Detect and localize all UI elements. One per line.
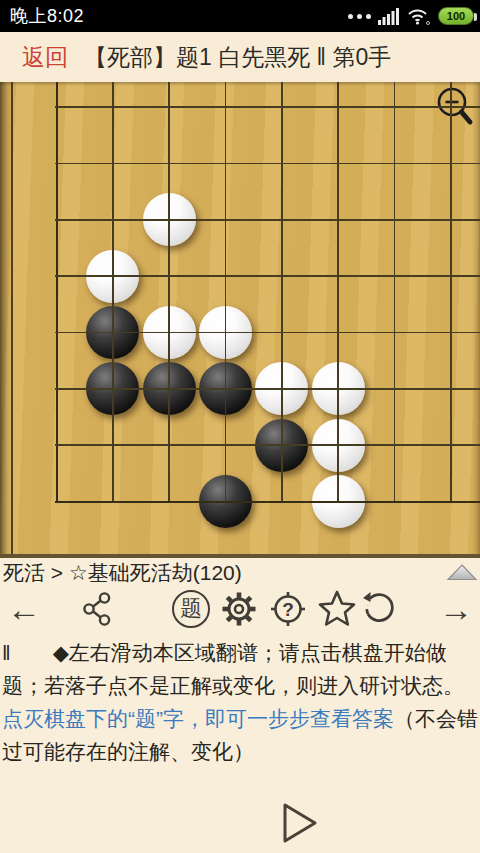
title-bar: 返回 【死部】题1 白先黑死 ‖ 第0手 <box>0 32 480 82</box>
breadcrumb-bar: 死活 > ☆基础死活劫(120) <box>0 558 480 586</box>
play-button[interactable] <box>270 796 322 848</box>
prev-move-button[interactable]: ← <box>5 586 43 632</box>
grid-hline <box>55 388 480 390</box>
go-board[interactable] <box>0 82 480 558</box>
gear-icon <box>219 589 259 629</box>
stone-grid <box>29 79 480 530</box>
instructions-part1: ‖ ◆左右滑动本区域翻谱；请点击棋盘开始做题；若落子点不是正解或变化，则进入研讨… <box>2 641 464 697</box>
signal-strength-icon <box>378 7 400 26</box>
playback-row <box>0 790 480 853</box>
grid-hline <box>55 501 480 504</box>
wifi-icon <box>407 7 431 26</box>
board-left-edge <box>11 82 13 554</box>
grid-hline <box>55 163 480 165</box>
grid-vline <box>450 82 452 503</box>
grid-hline <box>55 219 480 221</box>
play-triangle-icon <box>285 805 315 841</box>
svg-text:?: ? <box>282 599 294 620</box>
page-title: 【死部】题1 白先黑死 ‖ 第0手 <box>84 42 391 73</box>
answer-link[interactable]: 点灭棋盘下的“题”字，即可一步步查看答案 <box>2 707 394 730</box>
clock: 晚上8:02 <box>10 4 84 28</box>
grid-vline <box>112 82 114 503</box>
status-bar: 晚上8:02 <box>0 0 480 32</box>
toolbar: ← 题 <box>0 586 480 632</box>
problem-mode-button[interactable]: 题 <box>171 586 211 632</box>
help-button[interactable]: ? <box>268 586 308 632</box>
favorite-button[interactable] <box>316 586 356 632</box>
share-icon <box>82 592 112 626</box>
grid-hline <box>55 106 480 108</box>
grid-vline <box>56 82 59 503</box>
grid-hline <box>55 332 480 334</box>
grid-vline <box>168 82 170 503</box>
grid-hline <box>55 275 480 277</box>
battery-icon: 100 <box>438 7 474 25</box>
settings-button[interactable] <box>219 586 259 632</box>
grid-vline <box>281 82 283 503</box>
question-icon: ? <box>268 589 308 629</box>
next-move-button[interactable]: → <box>437 586 475 632</box>
instructions-text: ‖ ◆左右滑动本区域翻谱；请点击棋盘开始做题；若落子点不是正解或变化，则进入研讨… <box>0 632 480 768</box>
reset-button[interactable] <box>360 586 400 632</box>
star-icon <box>316 588 356 630</box>
more-dots-icon <box>348 14 371 19</box>
grid-vline <box>394 82 396 503</box>
share-button[interactable] <box>78 586 116 632</box>
back-button[interactable]: 返回 <box>22 42 68 73</box>
zoom-out-icon[interactable] <box>431 85 477 131</box>
grid-hline <box>55 444 480 446</box>
reset-circular-arrow-icon <box>360 589 400 629</box>
app-screen: 晚上8:02 <box>0 0 480 853</box>
grid-vline <box>225 82 227 503</box>
problem-badge-icon: 题 <box>172 590 210 628</box>
grid-vline <box>337 82 339 503</box>
breadcrumb[interactable]: 死活 > ☆基础死活劫(120) <box>3 558 242 587</box>
up-triangle-icon[interactable] <box>446 564 478 581</box>
